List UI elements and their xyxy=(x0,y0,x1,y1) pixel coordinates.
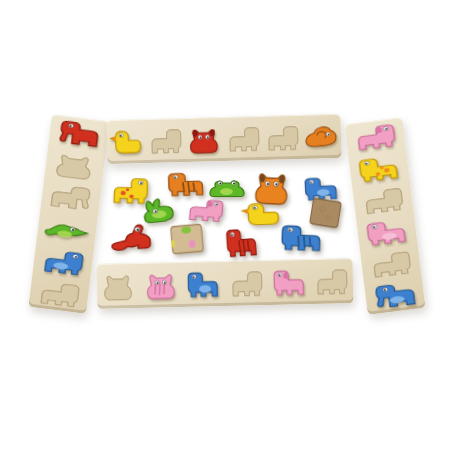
recess-animal-recess xyxy=(225,260,269,306)
frame-strip-right xyxy=(345,117,426,315)
loose-piece-red-tiger xyxy=(223,225,261,260)
recess-cat-recess xyxy=(97,263,141,309)
frame-piece-yellow-duck xyxy=(106,119,146,164)
recess-animal-recess xyxy=(145,118,185,163)
loose-piece-red-kangaroo xyxy=(109,220,158,256)
frame-piece-blue-elephant xyxy=(364,276,425,315)
wooden-die-dots xyxy=(167,219,208,258)
recess-animal-recess xyxy=(223,116,263,161)
frame-piece-red-dog xyxy=(184,117,224,162)
puzzle-product-photo xyxy=(0,0,450,450)
frame-piece-pink-horse xyxy=(267,259,311,305)
frame-piece-orange-lion xyxy=(301,114,341,159)
frame-strip-top xyxy=(106,114,341,164)
frame-piece-blue-dog xyxy=(182,261,226,307)
frame-strip-bottom xyxy=(97,258,354,309)
recess-animal-recess xyxy=(28,275,90,314)
frame-piece-pink-cat xyxy=(139,262,183,308)
loose-piece-blue-zebra xyxy=(277,222,326,254)
recess-animal-recess xyxy=(310,258,354,304)
recess-animal-recess xyxy=(262,115,302,160)
